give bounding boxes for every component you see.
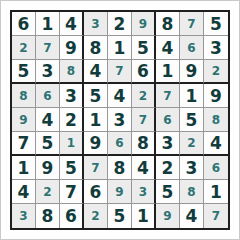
sudoku-cell-r2c3[interactable]: 9 (60, 36, 84, 60)
sudoku-cell-r5c3[interactable]: 2 (60, 108, 84, 132)
sudoku-cell-r6c2[interactable]: 5 (36, 132, 60, 156)
sudoku-cell-r5c2[interactable]: 4 (36, 108, 60, 132)
sudoku-cell-r2c9[interactable]: 3 (204, 36, 228, 60)
sudoku-cell-r8c5[interactable]: 9 (108, 180, 132, 204)
sudoku-cell-r8c8[interactable]: 8 (180, 180, 204, 204)
sudoku-cell-r6c3[interactable]: 1 (60, 132, 84, 156)
sudoku-cell-r9c2[interactable]: 8 (36, 204, 60, 228)
sudoku-cell-r2c4[interactable]: 8 (84, 36, 108, 60)
sudoku-cell-r9c7[interactable]: 9 (156, 204, 180, 228)
sudoku-cell-r8c3[interactable]: 7 (60, 180, 84, 204)
sudoku-cell-r4c2[interactable]: 6 (36, 84, 60, 108)
sudoku-cell-r1c4[interactable]: 3 (84, 12, 108, 36)
sudoku-cell-r7c9[interactable]: 6 (204, 156, 228, 180)
sudoku-cell-r2c8[interactable]: 6 (180, 36, 204, 60)
sudoku-cell-r7c2[interactable]: 9 (36, 156, 60, 180)
sudoku-cell-r9c1[interactable]: 3 (12, 204, 36, 228)
sudoku-cell-r2c2[interactable]: 7 (36, 36, 60, 60)
sudoku-cell-r6c6[interactable]: 8 (132, 132, 156, 156)
sudoku-cell-r7c8[interactable]: 3 (180, 156, 204, 180)
sudoku-cell-r8c1[interactable]: 4 (12, 180, 36, 204)
sudoku-cell-r3c7[interactable]: 1 (156, 60, 180, 84)
sudoku-cell-r1c7[interactable]: 8 (156, 12, 180, 36)
sudoku-cell-r1c8[interactable]: 7 (180, 12, 204, 36)
sudoku-cell-r9c3[interactable]: 6 (60, 204, 84, 228)
sudoku-cell-r1c9[interactable]: 5 (204, 12, 228, 36)
sudoku-cell-r3c3[interactable]: 8 (60, 60, 84, 84)
sudoku-cell-r2c5[interactable]: 1 (108, 36, 132, 60)
sudoku-cell-r5c4[interactable]: 1 (84, 108, 108, 132)
sudoku-cell-r2c7[interactable]: 4 (156, 36, 180, 60)
sudoku-frame: 6143298752798154635384761928635427199421… (0, 0, 240, 240)
sudoku-cell-r5c5[interactable]: 3 (108, 108, 132, 132)
sudoku-cell-r6c8[interactable]: 2 (180, 132, 204, 156)
sudoku-board: 6143298752798154635384761928635427199421… (10, 10, 230, 230)
sudoku-cell-r8c7[interactable]: 5 (156, 180, 180, 204)
sudoku-cell-r3c4[interactable]: 4 (84, 60, 108, 84)
sudoku-cell-r4c8[interactable]: 1 (180, 84, 204, 108)
sudoku-cell-r2c1[interactable]: 2 (12, 36, 36, 60)
sudoku-cell-r3c9[interactable]: 2 (204, 60, 228, 84)
sudoku-cell-r7c4[interactable]: 7 (84, 156, 108, 180)
sudoku-cell-r2c6[interactable]: 5 (132, 36, 156, 60)
sudoku-cell-r3c6[interactable]: 6 (132, 60, 156, 84)
sudoku-cell-r4c9[interactable]: 9 (204, 84, 228, 108)
sudoku-cell-r8c2[interactable]: 2 (36, 180, 60, 204)
sudoku-cell-r3c8[interactable]: 9 (180, 60, 204, 84)
sudoku-cell-r4c7[interactable]: 7 (156, 84, 180, 108)
sudoku-cell-r8c6[interactable]: 3 (132, 180, 156, 204)
sudoku-cell-r9c9[interactable]: 7 (204, 204, 228, 228)
sudoku-cell-r5c9[interactable]: 8 (204, 108, 228, 132)
sudoku-cell-r9c4[interactable]: 2 (84, 204, 108, 228)
sudoku-cell-r1c1[interactable]: 6 (12, 12, 36, 36)
sudoku-cell-r6c1[interactable]: 7 (12, 132, 36, 156)
sudoku-cell-r6c9[interactable]: 4 (204, 132, 228, 156)
sudoku-cell-r8c4[interactable]: 6 (84, 180, 108, 204)
sudoku-cell-r4c1[interactable]: 8 (12, 84, 36, 108)
sudoku-cell-r5c8[interactable]: 5 (180, 108, 204, 132)
sudoku-cell-r7c6[interactable]: 4 (132, 156, 156, 180)
sudoku-cell-r7c7[interactable]: 2 (156, 156, 180, 180)
sudoku-cell-r1c6[interactable]: 9 (132, 12, 156, 36)
sudoku-cell-r1c2[interactable]: 1 (36, 12, 60, 36)
sudoku-cell-r4c5[interactable]: 4 (108, 84, 132, 108)
sudoku-cell-r5c7[interactable]: 6 (156, 108, 180, 132)
sudoku-cell-r4c6[interactable]: 2 (132, 84, 156, 108)
sudoku-cell-r3c2[interactable]: 3 (36, 60, 60, 84)
sudoku-cell-r7c5[interactable]: 8 (108, 156, 132, 180)
sudoku-cell-r1c3[interactable]: 4 (60, 12, 84, 36)
sudoku-cell-r6c7[interactable]: 3 (156, 132, 180, 156)
sudoku-cell-r5c1[interactable]: 9 (12, 108, 36, 132)
sudoku-cell-r1c5[interactable]: 2 (108, 12, 132, 36)
sudoku-cell-r7c1[interactable]: 1 (12, 156, 36, 180)
sudoku-cell-r9c8[interactable]: 4 (180, 204, 204, 228)
sudoku-cell-r5c6[interactable]: 7 (132, 108, 156, 132)
sudoku-cell-r3c5[interactable]: 7 (108, 60, 132, 84)
sudoku-cell-r8c9[interactable]: 1 (204, 180, 228, 204)
sudoku-cell-r6c4[interactable]: 9 (84, 132, 108, 156)
sudoku-cell-r4c3[interactable]: 3 (60, 84, 84, 108)
sudoku-cell-r6c5[interactable]: 6 (108, 132, 132, 156)
sudoku-cell-r9c5[interactable]: 5 (108, 204, 132, 228)
sudoku-cell-r9c6[interactable]: 1 (132, 204, 156, 228)
sudoku-cell-r3c1[interactable]: 5 (12, 60, 36, 84)
sudoku-cell-r4c4[interactable]: 5 (84, 84, 108, 108)
sudoku-cell-r7c3[interactable]: 5 (60, 156, 84, 180)
